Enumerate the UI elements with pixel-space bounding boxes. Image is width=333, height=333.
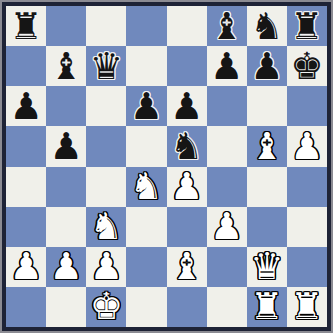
square-b8[interactable]: [46, 6, 86, 46]
white-pawn: ♟: [90, 248, 123, 285]
square-g7[interactable]: ♟: [247, 46, 287, 86]
white-knight: ♞: [130, 168, 163, 205]
chess-board: ♜♝♞♜♝♛♟♟♚♟♟♟♟♞♝♟♞♟♞♟♟♟♟♝♛♚♜♜: [6, 6, 327, 327]
white-pawn: ♟: [210, 208, 243, 245]
square-e6[interactable]: ♟: [167, 86, 207, 126]
black-pawn: ♟: [170, 88, 203, 125]
square-g5[interactable]: ♝: [247, 126, 287, 166]
black-bishop: ♝: [50, 48, 83, 85]
square-f4[interactable]: [207, 167, 247, 207]
square-e7[interactable]: [167, 46, 207, 86]
square-g1[interactable]: ♜: [247, 287, 287, 327]
black-rook: ♜: [9, 8, 42, 45]
square-d7[interactable]: [126, 46, 166, 86]
square-c7[interactable]: ♛: [86, 46, 126, 86]
square-h3[interactable]: [287, 207, 327, 247]
square-g4[interactable]: [247, 167, 287, 207]
square-d3[interactable]: [126, 207, 166, 247]
square-e5[interactable]: ♞: [167, 126, 207, 166]
square-h2[interactable]: [287, 247, 327, 287]
square-e8[interactable]: [167, 6, 207, 46]
chess-board-frame: ♜♝♞♜♝♛♟♟♚♟♟♟♟♞♝♟♞♟♞♟♟♟♟♝♛♚♜♜: [0, 0, 333, 333]
square-d2[interactable]: [126, 247, 166, 287]
white-king: ♚: [90, 288, 123, 325]
white-queen: ♛: [250, 248, 283, 285]
black-pawn: ♟: [9, 88, 42, 125]
square-a2[interactable]: ♟: [6, 247, 46, 287]
black-pawn: ♟: [250, 48, 283, 85]
square-a5[interactable]: [6, 126, 46, 166]
square-f8[interactable]: ♝: [207, 6, 247, 46]
square-d4[interactable]: ♞: [126, 167, 166, 207]
square-a3[interactable]: [6, 207, 46, 247]
square-c4[interactable]: [86, 167, 126, 207]
square-h8[interactable]: ♜: [287, 6, 327, 46]
square-b3[interactable]: [46, 207, 86, 247]
square-f5[interactable]: [207, 126, 247, 166]
square-a7[interactable]: [6, 46, 46, 86]
black-rook: ♜: [290, 8, 323, 45]
square-d8[interactable]: [126, 6, 166, 46]
square-h1[interactable]: ♜: [287, 287, 327, 327]
white-rook: ♜: [290, 288, 323, 325]
square-c2[interactable]: ♟: [86, 247, 126, 287]
square-c6[interactable]: [86, 86, 126, 126]
black-queen: ♛: [90, 48, 123, 85]
square-g6[interactable]: [247, 86, 287, 126]
white-bishop: ♝: [250, 128, 283, 165]
black-bishop: ♝: [210, 8, 243, 45]
black-king: ♚: [290, 48, 323, 85]
square-f6[interactable]: [207, 86, 247, 126]
white-knight: ♞: [90, 208, 123, 245]
square-b1[interactable]: [46, 287, 86, 327]
square-c5[interactable]: [86, 126, 126, 166]
square-e2[interactable]: ♝: [167, 247, 207, 287]
square-f1[interactable]: [207, 287, 247, 327]
square-e4[interactable]: ♟: [167, 167, 207, 207]
square-e3[interactable]: [167, 207, 207, 247]
white-pawn: ♟: [50, 248, 83, 285]
square-g8[interactable]: ♞: [247, 6, 287, 46]
square-h4[interactable]: [287, 167, 327, 207]
square-a4[interactable]: [6, 167, 46, 207]
square-c8[interactable]: [86, 6, 126, 46]
square-a1[interactable]: [6, 287, 46, 327]
square-b5[interactable]: ♟: [46, 126, 86, 166]
square-a8[interactable]: ♜: [6, 6, 46, 46]
square-f3[interactable]: ♟: [207, 207, 247, 247]
white-rook: ♜: [250, 288, 283, 325]
square-c1[interactable]: ♚: [86, 287, 126, 327]
square-f7[interactable]: ♟: [207, 46, 247, 86]
square-h5[interactable]: ♟: [287, 126, 327, 166]
black-pawn: ♟: [50, 128, 83, 165]
square-f2[interactable]: [207, 247, 247, 287]
square-b4[interactable]: [46, 167, 86, 207]
square-b6[interactable]: [46, 86, 86, 126]
white-pawn: ♟: [170, 168, 203, 205]
square-h7[interactable]: ♚: [287, 46, 327, 86]
black-pawn: ♟: [210, 48, 243, 85]
square-d5[interactable]: [126, 126, 166, 166]
square-b2[interactable]: ♟: [46, 247, 86, 287]
square-g2[interactable]: ♛: [247, 247, 287, 287]
square-d1[interactable]: [126, 287, 166, 327]
white-pawn: ♟: [290, 128, 323, 165]
white-pawn: ♟: [9, 248, 42, 285]
black-knight: ♞: [170, 128, 203, 165]
square-g3[interactable]: [247, 207, 287, 247]
square-a6[interactable]: ♟: [6, 86, 46, 126]
black-pawn: ♟: [130, 88, 163, 125]
square-b7[interactable]: ♝: [46, 46, 86, 86]
square-h6[interactable]: [287, 86, 327, 126]
square-d6[interactable]: ♟: [126, 86, 166, 126]
white-bishop: ♝: [170, 248, 203, 285]
square-e1[interactable]: [167, 287, 207, 327]
square-c3[interactable]: ♞: [86, 207, 126, 247]
black-knight: ♞: [250, 8, 283, 45]
